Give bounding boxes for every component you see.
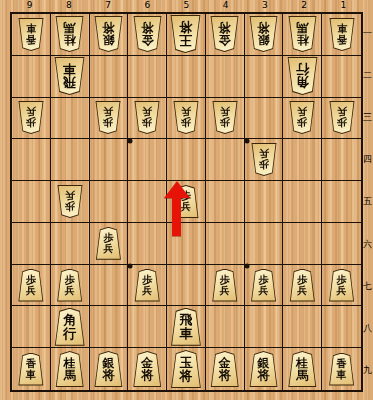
square-1h[interactable] [322, 306, 361, 348]
gote-silver-7a[interactable]: 銀将 [94, 16, 123, 52]
square-6h[interactable] [128, 306, 167, 348]
square-4d[interactable] [206, 139, 245, 181]
square-4a[interactable]: 金将 [206, 14, 245, 56]
square-3b[interactable] [245, 56, 284, 98]
piece-face: 歩兵 [290, 270, 314, 301]
gote-king-5a[interactable]: 王将 [170, 15, 201, 53]
piece-kanji: 将 [141, 22, 153, 35]
square-5h[interactable]: 飛車 [167, 306, 206, 348]
rank-label-4: 四 [362, 139, 373, 181]
piece-kanji: 玉 [179, 356, 192, 370]
square-7c[interactable]: 歩兵 [90, 98, 129, 140]
square-7b[interactable] [90, 56, 129, 98]
gote-pawn-3d[interactable]: 歩兵 [251, 143, 277, 176]
piece-kanji: 歩 [142, 118, 152, 129]
file-label-9: 9 [10, 0, 49, 11]
piece-kanji: 車 [26, 369, 36, 380]
gote-lance-9a[interactable]: 香車 [18, 18, 44, 51]
square-3a[interactable]: 銀将 [245, 14, 284, 56]
piece-face: 金将 [134, 17, 161, 51]
gote-pawn-2c[interactable]: 歩兵 [289, 101, 315, 134]
square-3c[interactable] [245, 98, 284, 140]
piece-kanji: 飛 [179, 313, 192, 327]
square-6c[interactable]: 歩兵 [128, 98, 167, 140]
square-1a[interactable]: 香車 [322, 14, 361, 56]
piece-kanji: 歩 [181, 118, 191, 129]
piece-kanji: 馬 [296, 369, 308, 382]
sente-pawn-8g[interactable]: 歩兵 [57, 269, 83, 302]
piece-face: 桂馬 [56, 17, 83, 51]
piece-kanji: 車 [179, 327, 192, 341]
piece-kanji: 歩 [26, 274, 36, 285]
piece-kanji: 兵 [181, 107, 191, 118]
square-1f[interactable] [322, 223, 361, 265]
piece-kanji: 車 [337, 23, 347, 34]
piece-kanji: 兵 [259, 149, 269, 160]
gote-knight-2a[interactable]: 桂馬 [288, 16, 317, 52]
square-2b[interactable]: 角行 [283, 56, 322, 98]
piece-kanji: 車 [337, 369, 347, 380]
piece-face: 金将 [211, 17, 238, 51]
piece-kanji: 兵 [337, 107, 347, 118]
square-2g[interactable]: 歩兵 [283, 265, 322, 307]
square-4c[interactable]: 歩兵 [206, 98, 245, 140]
piece-kanji: 兵 [142, 285, 152, 296]
square-7a[interactable]: 銀将 [90, 14, 129, 56]
square-1g[interactable]: 歩兵 [322, 265, 361, 307]
square-8e[interactable]: 歩兵 [51, 181, 90, 223]
gote-rook-8b[interactable]: 飛車 [54, 57, 85, 95]
square-2h[interactable] [283, 306, 322, 348]
sente-silver-3i[interactable]: 銀将 [249, 351, 278, 387]
sente-pawn-4g[interactable]: 歩兵 [212, 269, 238, 302]
piece-kanji: 角 [296, 76, 309, 90]
file-label-2: 2 [285, 0, 324, 11]
star-point [128, 264, 133, 269]
piece-kanji: 兵 [259, 285, 269, 296]
square-1b[interactable] [322, 56, 361, 98]
gote-pawn-1c[interactable]: 歩兵 [329, 101, 355, 134]
piece-kanji: 将 [258, 369, 270, 382]
square-2a[interactable]: 桂馬 [283, 14, 322, 56]
piece-face: 飛車 [55, 58, 84, 94]
piece-kanji: 兵 [26, 285, 36, 296]
square-3h[interactable] [245, 306, 284, 348]
square-8h[interactable]: 角行 [51, 306, 90, 348]
square-8c[interactable] [51, 98, 90, 140]
piece-face: 歩兵 [96, 102, 120, 133]
piece-face: 歩兵 [96, 228, 120, 259]
square-9f[interactable] [12, 223, 51, 265]
square-7g[interactable] [90, 265, 129, 307]
square-1d[interactable] [322, 139, 361, 181]
piece-kanji: 歩 [103, 118, 113, 129]
piece-kanji: 香 [337, 34, 347, 45]
piece-kanji: 歩 [142, 274, 152, 285]
piece-face: 角行 [55, 309, 84, 345]
piece-face: 歩兵 [19, 270, 43, 301]
piece-kanji: 兵 [220, 107, 230, 118]
piece-kanji: 兵 [103, 243, 113, 254]
piece-kanji: 将 [219, 369, 231, 382]
piece-kanji: 将 [102, 22, 114, 35]
piece-kanji: 歩 [65, 274, 75, 285]
piece-kanji: 馬 [64, 369, 76, 382]
square-4e[interactable] [206, 181, 245, 223]
sente-pawn-3g[interactable]: 歩兵 [251, 269, 277, 302]
file-label-5: 5 [167, 0, 206, 11]
square-6f[interactable] [128, 223, 167, 265]
square-5b[interactable] [167, 56, 206, 98]
file-labels: 987654321 [10, 0, 363, 11]
square-1c[interactable]: 歩兵 [322, 98, 361, 140]
square-6e[interactable] [128, 181, 167, 223]
piece-kanji: 銀 [102, 34, 114, 47]
square-3e[interactable] [245, 181, 284, 223]
piece-kanji: 桂 [64, 34, 76, 47]
gote-gold-6a[interactable]: 金将 [133, 16, 162, 52]
piece-kanji: 兵 [220, 285, 230, 296]
sente-pawn-7f[interactable]: 歩兵 [95, 227, 121, 260]
file-label-4: 4 [206, 0, 245, 11]
square-4i[interactable]: 金将 [206, 348, 245, 390]
piece-face: 歩兵 [330, 102, 354, 133]
square-1e[interactable] [322, 181, 361, 223]
piece-kanji: 兵 [65, 190, 75, 201]
sente-lance-1i[interactable]: 香車 [329, 353, 355, 386]
piece-face: 歩兵 [252, 144, 276, 175]
square-5a[interactable]: 王将 [167, 14, 206, 56]
last-move-arrow [163, 181, 190, 236]
piece-face: 飛車 [171, 309, 200, 345]
piece-kanji: 歩 [103, 232, 113, 243]
piece-kanji: 歩 [26, 118, 36, 129]
square-3i[interactable]: 銀将 [245, 348, 284, 390]
square-9g[interactable]: 歩兵 [12, 265, 51, 307]
piece-face: 桂馬 [289, 352, 316, 386]
file-label-3: 3 [245, 0, 284, 11]
square-2d[interactable] [283, 139, 322, 181]
piece-kanji: 金 [219, 34, 231, 47]
square-6d[interactable] [128, 139, 167, 181]
piece-kanji: 銀 [258, 34, 270, 47]
piece-kanji: 兵 [297, 285, 307, 296]
square-3d[interactable]: 歩兵 [245, 139, 284, 181]
square-9e[interactable] [12, 181, 51, 223]
piece-face: 歩兵 [330, 270, 354, 301]
star-point [245, 264, 250, 269]
piece-kanji: 車 [63, 63, 76, 77]
rank-label-5: 五 [362, 181, 373, 223]
piece-face: 歩兵 [19, 102, 43, 133]
square-2i[interactable]: 桂馬 [283, 348, 322, 390]
piece-kanji: 馬 [296, 22, 308, 35]
square-7i[interactable]: 銀将 [90, 348, 129, 390]
gote-pawn-9c[interactable]: 歩兵 [18, 101, 44, 134]
piece-kanji: 王 [179, 34, 192, 48]
piece-face: 銀将 [95, 17, 122, 51]
file-label-8: 8 [49, 0, 88, 11]
piece-kanji: 歩 [65, 201, 75, 212]
piece-kanji: 香 [26, 34, 36, 45]
piece-face: 銀将 [250, 352, 277, 386]
square-6b[interactable] [128, 56, 167, 98]
square-7e[interactable] [90, 181, 129, 223]
piece-face: 歩兵 [213, 270, 237, 301]
piece-face: 香車 [330, 19, 354, 50]
piece-kanji: 兵 [337, 285, 347, 296]
piece-kanji: 車 [26, 23, 36, 34]
sente-pawn-9g[interactable]: 歩兵 [18, 269, 44, 302]
piece-kanji: 歩 [337, 118, 347, 129]
piece-face: 香車 [19, 354, 43, 385]
gote-knight-8a[interactable]: 桂馬 [55, 16, 84, 52]
square-6g[interactable]: 歩兵 [128, 265, 167, 307]
rank-label-3: 三 [362, 96, 373, 138]
square-9c[interactable]: 歩兵 [12, 98, 51, 140]
square-4b[interactable] [206, 56, 245, 98]
piece-kanji: 将 [141, 369, 153, 382]
square-8b[interactable]: 飛車 [51, 56, 90, 98]
rank-label-7: 七 [362, 265, 373, 307]
square-9h[interactable] [12, 306, 51, 348]
square-7h[interactable] [90, 306, 129, 348]
piece-face: 歩兵 [58, 270, 82, 301]
sente-pawn-6g[interactable]: 歩兵 [134, 269, 160, 302]
gote-silver-3a[interactable]: 銀将 [249, 16, 278, 52]
gote-gold-4a[interactable]: 金将 [210, 16, 239, 52]
square-7f[interactable]: 歩兵 [90, 223, 129, 265]
gote-lance-1a[interactable]: 香車 [329, 18, 355, 51]
square-9d[interactable] [12, 139, 51, 181]
square-6i[interactable]: 金将 [128, 348, 167, 390]
piece-kanji: 兵 [103, 107, 113, 118]
piece-kanji: 歩 [220, 274, 230, 285]
shogi-board-screen: 987654321 一二三四五六七八九 香車桂馬銀将金将王将金将銀将桂馬香車飛車… [0, 0, 373, 400]
square-8d[interactable] [51, 139, 90, 181]
file-label-6: 6 [128, 0, 167, 11]
piece-kanji: 角 [63, 313, 76, 327]
square-2c[interactable]: 歩兵 [283, 98, 322, 140]
piece-kanji: 桂 [296, 34, 308, 47]
gote-bishop-2b[interactable]: 角行 [287, 57, 318, 95]
piece-face: 歩兵 [252, 270, 276, 301]
piece-kanji: 歩 [259, 274, 269, 285]
piece-face: 歩兵 [174, 102, 198, 133]
piece-face: 香車 [19, 19, 43, 50]
piece-kanji: 香 [26, 358, 36, 369]
square-9a[interactable]: 香車 [12, 14, 51, 56]
rank-labels: 一二三四五六七八九 [362, 12, 373, 392]
square-8a[interactable]: 桂馬 [51, 14, 90, 56]
file-label-7: 7 [88, 0, 127, 11]
piece-face: 金将 [134, 352, 161, 386]
sente-king-5i[interactable]: 玉将 [170, 350, 201, 388]
piece-kanji: 兵 [26, 107, 36, 118]
piece-kanji: 兵 [297, 107, 307, 118]
sente-gold-4i[interactable]: 金将 [210, 351, 239, 387]
sente-lance-9i[interactable]: 香車 [18, 353, 44, 386]
piece-kanji: 歩 [337, 274, 347, 285]
piece-kanji: 馬 [64, 22, 76, 35]
piece-face: 銀将 [250, 17, 277, 51]
piece-kanji: 将 [258, 22, 270, 35]
sente-pawn-1g[interactable]: 歩兵 [329, 269, 355, 302]
piece-face: 銀将 [95, 352, 122, 386]
piece-kanji: 歩 [297, 274, 307, 285]
piece-kanji: 将 [219, 22, 231, 35]
piece-kanji: 歩 [220, 118, 230, 129]
square-5c[interactable]: 歩兵 [167, 98, 206, 140]
piece-face: 歩兵 [135, 270, 159, 301]
rank-label-9: 九 [362, 350, 373, 392]
piece-face: 玉将 [171, 351, 200, 387]
sente-knight-2i[interactable]: 桂馬 [288, 351, 317, 387]
gote-pawn-4c[interactable]: 歩兵 [212, 101, 238, 134]
sente-silver-7i[interactable]: 銀将 [94, 351, 123, 387]
piece-face: 歩兵 [135, 102, 159, 133]
square-2f[interactable] [283, 223, 322, 265]
piece-kanji: 行 [63, 327, 76, 341]
piece-kanji: 金 [141, 34, 153, 47]
sente-bishop-8h[interactable]: 角行 [54, 308, 85, 346]
rank-label-1: 一 [362, 12, 373, 54]
square-4g[interactable]: 歩兵 [206, 265, 245, 307]
square-1i[interactable]: 香車 [322, 348, 361, 390]
square-8f[interactable] [51, 223, 90, 265]
square-3g[interactable]: 歩兵 [245, 265, 284, 307]
gote-pawn-7c[interactable]: 歩兵 [95, 101, 121, 134]
square-7d[interactable] [90, 139, 129, 181]
arrow-shaft [172, 198, 181, 236]
square-9b[interactable] [12, 56, 51, 98]
piece-face: 金将 [211, 352, 238, 386]
piece-kanji: 歩 [259, 160, 269, 171]
square-6a[interactable]: 金将 [128, 14, 167, 56]
sente-pawn-2g[interactable]: 歩兵 [289, 269, 315, 302]
piece-face: 角行 [288, 58, 317, 94]
file-label-1: 1 [324, 0, 363, 11]
arrow-head-icon [164, 181, 190, 198]
square-8i[interactable]: 桂馬 [51, 348, 90, 390]
square-2e[interactable] [283, 181, 322, 223]
square-3f[interactable] [245, 223, 284, 265]
piece-kanji: 将 [179, 369, 192, 383]
piece-face: 歩兵 [58, 186, 82, 217]
star-point [128, 139, 133, 144]
piece-face: 桂馬 [56, 352, 83, 386]
piece-kanji: 兵 [65, 285, 75, 296]
gote-pawn-5c[interactable]: 歩兵 [173, 101, 199, 134]
piece-face: 王将 [171, 16, 200, 52]
piece-kanji: 将 [102, 369, 114, 382]
square-4f[interactable] [206, 223, 245, 265]
square-5g[interactable] [167, 265, 206, 307]
piece-kanji: 飛 [63, 76, 76, 90]
piece-face: 歩兵 [213, 102, 237, 133]
piece-face: 香車 [330, 354, 354, 385]
rank-label-2: 二 [362, 54, 373, 96]
gote-pawn-8e[interactable]: 歩兵 [57, 185, 83, 218]
gote-pawn-6c[interactable]: 歩兵 [134, 101, 160, 134]
square-5i[interactable]: 玉将 [167, 348, 206, 390]
piece-kanji: 行 [296, 63, 309, 77]
piece-kanji: 歩 [297, 118, 307, 129]
square-5d[interactable] [167, 139, 206, 181]
rank-label-6: 六 [362, 223, 373, 265]
square-4h[interactable] [206, 306, 245, 348]
rank-label-8: 八 [362, 308, 373, 350]
square-9i[interactable]: 香車 [12, 348, 51, 390]
square-8g[interactable]: 歩兵 [51, 265, 90, 307]
piece-face: 歩兵 [290, 102, 314, 133]
piece-kanji: 将 [179, 21, 192, 35]
piece-kanji: 兵 [142, 107, 152, 118]
sente-knight-8i[interactable]: 桂馬 [55, 351, 84, 387]
piece-face: 桂馬 [289, 17, 316, 51]
star-point [245, 139, 250, 144]
sente-gold-6i[interactable]: 金将 [133, 351, 162, 387]
piece-kanji: 香 [337, 358, 347, 369]
sente-rook-5h[interactable]: 飛車 [170, 308, 201, 346]
